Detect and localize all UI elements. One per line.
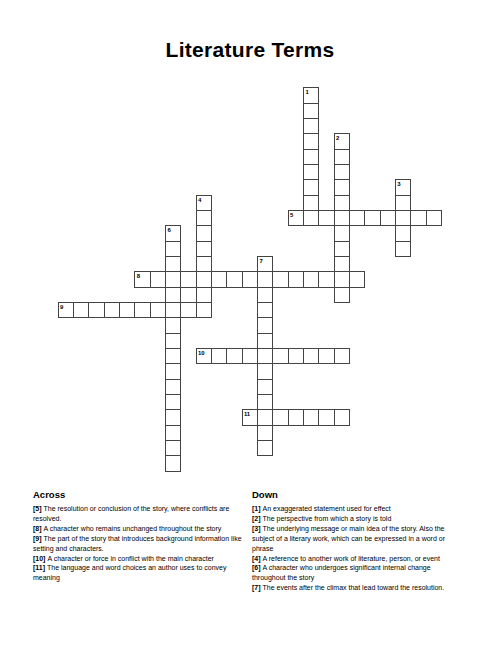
cell-number-label: 1 [305,89,308,95]
grid-cell[interactable]: 11 [242,409,258,425]
grid-cell[interactable] [395,210,411,226]
grid-cell[interactable] [334,348,350,364]
clue-number: [7] [252,584,263,591]
grid-cell[interactable] [196,302,212,318]
grid-cell[interactable] [334,164,350,180]
grid-cell[interactable] [257,425,273,441]
grid-cell[interactable] [334,149,350,165]
grid-cell[interactable] [150,271,166,287]
clue-number: [1] [252,505,263,512]
grid-cell[interactable] [334,287,350,303]
grid-cell[interactable] [165,287,181,303]
grid-cell[interactable] [150,302,166,318]
grid-cell[interactable] [303,195,319,211]
grid-cell[interactable] [165,455,181,471]
grid-cell[interactable] [303,179,319,195]
clue-number: [2] [252,515,263,522]
grid-cell[interactable] [334,256,350,272]
grid-cell[interactable] [272,271,288,287]
clue-across-11: [11] The language and word choices an au… [33,563,245,583]
grid-cell[interactable] [288,409,304,425]
cell-number-label: 5 [290,212,293,218]
grid-cell[interactable]: 10 [196,348,212,364]
grid-cell[interactable] [165,425,181,441]
grid-cell[interactable] [380,210,396,226]
grid-cell[interactable] [165,394,181,410]
grid-cell[interactable] [165,302,181,318]
across-clues-section: Across [5] The resolution or conclusion … [33,489,245,583]
grid-cell[interactable] [334,210,350,226]
clue-down-1: [1] An exaggerated statement used for ef… [252,504,466,514]
clue-number: [10] [33,555,47,562]
grid-cell[interactable] [349,271,365,287]
grid-cell[interactable]: 7 [257,256,273,272]
clue-across-10: [10] A character or force in conflict wi… [33,554,245,564]
grid-cell[interactable] [257,317,273,333]
grid-cell[interactable] [334,409,350,425]
grid-cell[interactable] [196,241,212,257]
cell-number-label: 9 [60,304,63,310]
grid-cell[interactable] [318,409,334,425]
grid-cell[interactable] [196,256,212,272]
grid-cell[interactable] [410,210,426,226]
crossword-page: Literature Terms 1234567891011 Across [5… [0,0,500,647]
clue-number: [11] [33,564,47,571]
grid-cell[interactable] [196,287,212,303]
clue-number: [8] [33,525,44,532]
grid-cell[interactable] [165,333,181,349]
grid-cell[interactable] [242,271,258,287]
clue-number: [9] [33,535,44,542]
across-clues-list: [5] The resolution or conclusion of the … [33,504,245,583]
grid-cell[interactable] [334,225,350,241]
grid-cell[interactable]: 9 [58,302,74,318]
cell-number-label: 3 [397,181,400,187]
grid-cell[interactable] [395,225,411,241]
clue-down-6: [6] A character who undergoes significan… [252,563,466,583]
cell-number-label: 8 [137,273,140,279]
grid-cell[interactable] [272,409,288,425]
grid-cell[interactable] [134,302,150,318]
grid-cell[interactable] [334,195,350,211]
grid-cell[interactable] [303,103,319,119]
grid-cell[interactable]: 6 [165,225,181,241]
grid-cell[interactable] [288,348,304,364]
grid-cell[interactable] [196,210,212,226]
grid-cell[interactable] [211,271,227,287]
grid-cell[interactable] [242,348,258,364]
clue-number: [6] [252,564,263,571]
grid-cell[interactable] [165,440,181,456]
grid-cell[interactable] [334,241,350,257]
grid-cell[interactable] [318,348,334,364]
clue-across-9: [9] The part of the story that introduce… [33,534,245,554]
grid-cell[interactable] [165,379,181,395]
grid-cell[interactable] [257,440,273,456]
grid-cell[interactable] [257,348,273,364]
down-clues-section: Down [1] An exaggerated statement used f… [252,489,466,593]
grid-cell[interactable] [257,271,273,287]
grid-cell[interactable] [318,271,334,287]
clue-down-4: [4] A reference to another work of liter… [252,554,466,564]
cell-number-label: 7 [259,258,262,264]
clue-across-5: [5] The resolution or conclusion of the … [33,504,245,524]
clue-across-8: [8] A character who remains unchanged th… [33,524,245,534]
grid-cell[interactable] [303,210,319,226]
cell-number-label: 2 [336,135,339,141]
grid-cell[interactable] [272,348,288,364]
grid-cell[interactable] [165,271,181,287]
grid-cell[interactable] [303,118,319,134]
grid-cell[interactable]: 5 [288,210,304,226]
grid-cell[interactable] [334,271,350,287]
grid-cell[interactable] [226,348,242,364]
grid-cell[interactable] [180,302,196,318]
grid-cell[interactable]: 2 [334,133,350,149]
cell-number-label: 4 [198,197,201,203]
grid-cell[interactable] [334,179,350,195]
grid-cell[interactable] [303,409,319,425]
grid-cell[interactable] [165,241,181,257]
clue-number: [3] [252,525,263,532]
grid-cell[interactable] [257,302,273,318]
grid-cell[interactable] [165,363,181,379]
cell-number-label: 10 [198,350,204,356]
grid-cell[interactable] [257,333,273,349]
grid-cell[interactable] [303,149,319,165]
grid-cell[interactable] [257,409,273,425]
grid-cell[interactable] [211,348,227,364]
grid-cell[interactable]: 4 [196,195,212,211]
grid-cell[interactable] [303,271,319,287]
grid-cell[interactable]: 3 [395,179,411,195]
grid-cell[interactable] [196,271,212,287]
grid-cell[interactable] [196,225,212,241]
down-header: Down [252,489,466,500]
clue-number: [5] [33,505,44,512]
clue-down-7: [7] The events after the climax that lea… [252,583,466,593]
grid-cell[interactable] [88,302,104,318]
grid-cell[interactable] [119,302,135,318]
grid-cell[interactable] [257,363,273,379]
clue-number: [4] [252,555,263,562]
grid-cell[interactable] [104,302,120,318]
grid-cell[interactable] [180,271,196,287]
grid-cell[interactable] [426,210,442,226]
grid-cell[interactable] [318,210,334,226]
across-header: Across [33,489,245,500]
cell-number-label: 6 [167,227,170,233]
grid-cell[interactable]: 8 [134,271,150,287]
grid-cell[interactable] [165,409,181,425]
grid-cell[interactable] [288,271,304,287]
grid-cell[interactable] [257,379,273,395]
clue-down-2: [2] The perspective from which a story i… [252,514,466,524]
grid-cell[interactable]: 1 [303,87,319,103]
grid-cell[interactable] [165,348,181,364]
clue-down-3: [3] The underlying message or main idea … [252,524,466,554]
down-clues-list: [1] An exaggerated statement used for ef… [252,504,466,593]
grid-cell[interactable] [303,133,319,149]
grid-cell[interactable] [257,394,273,410]
grid-cell[interactable] [73,302,89,318]
grid-cell[interactable] [165,256,181,272]
grid-cell[interactable] [257,287,273,303]
grid-cell[interactable] [165,317,181,333]
grid-cell[interactable] [395,241,411,257]
cell-number-label: 11 [244,411,250,417]
grid-cell[interactable] [364,210,380,226]
grid-cell[interactable] [349,210,365,226]
grid-cell[interactable] [303,348,319,364]
grid-cell[interactable] [226,271,242,287]
grid-cell[interactable] [395,195,411,211]
grid-cell[interactable] [303,164,319,180]
